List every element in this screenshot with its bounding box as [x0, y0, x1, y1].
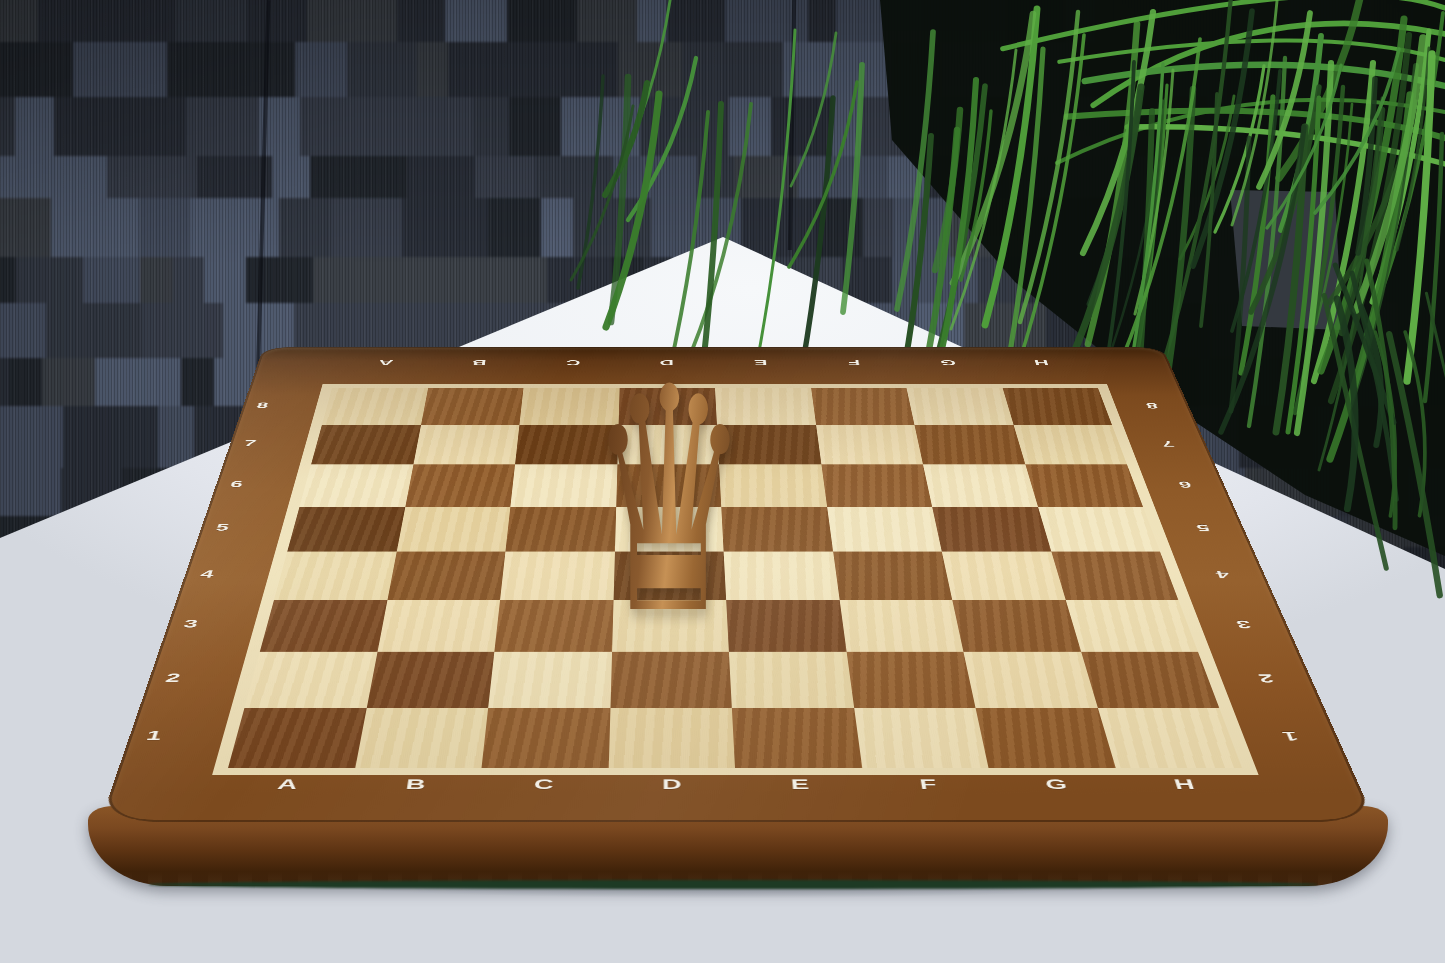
- black-queen: ♛: [588, 347, 749, 657]
- scene: AABBCCDDEEFFGGHH1122334455667788 ♛: [0, 0, 1445, 963]
- green-felt-base: [148, 880, 1318, 889]
